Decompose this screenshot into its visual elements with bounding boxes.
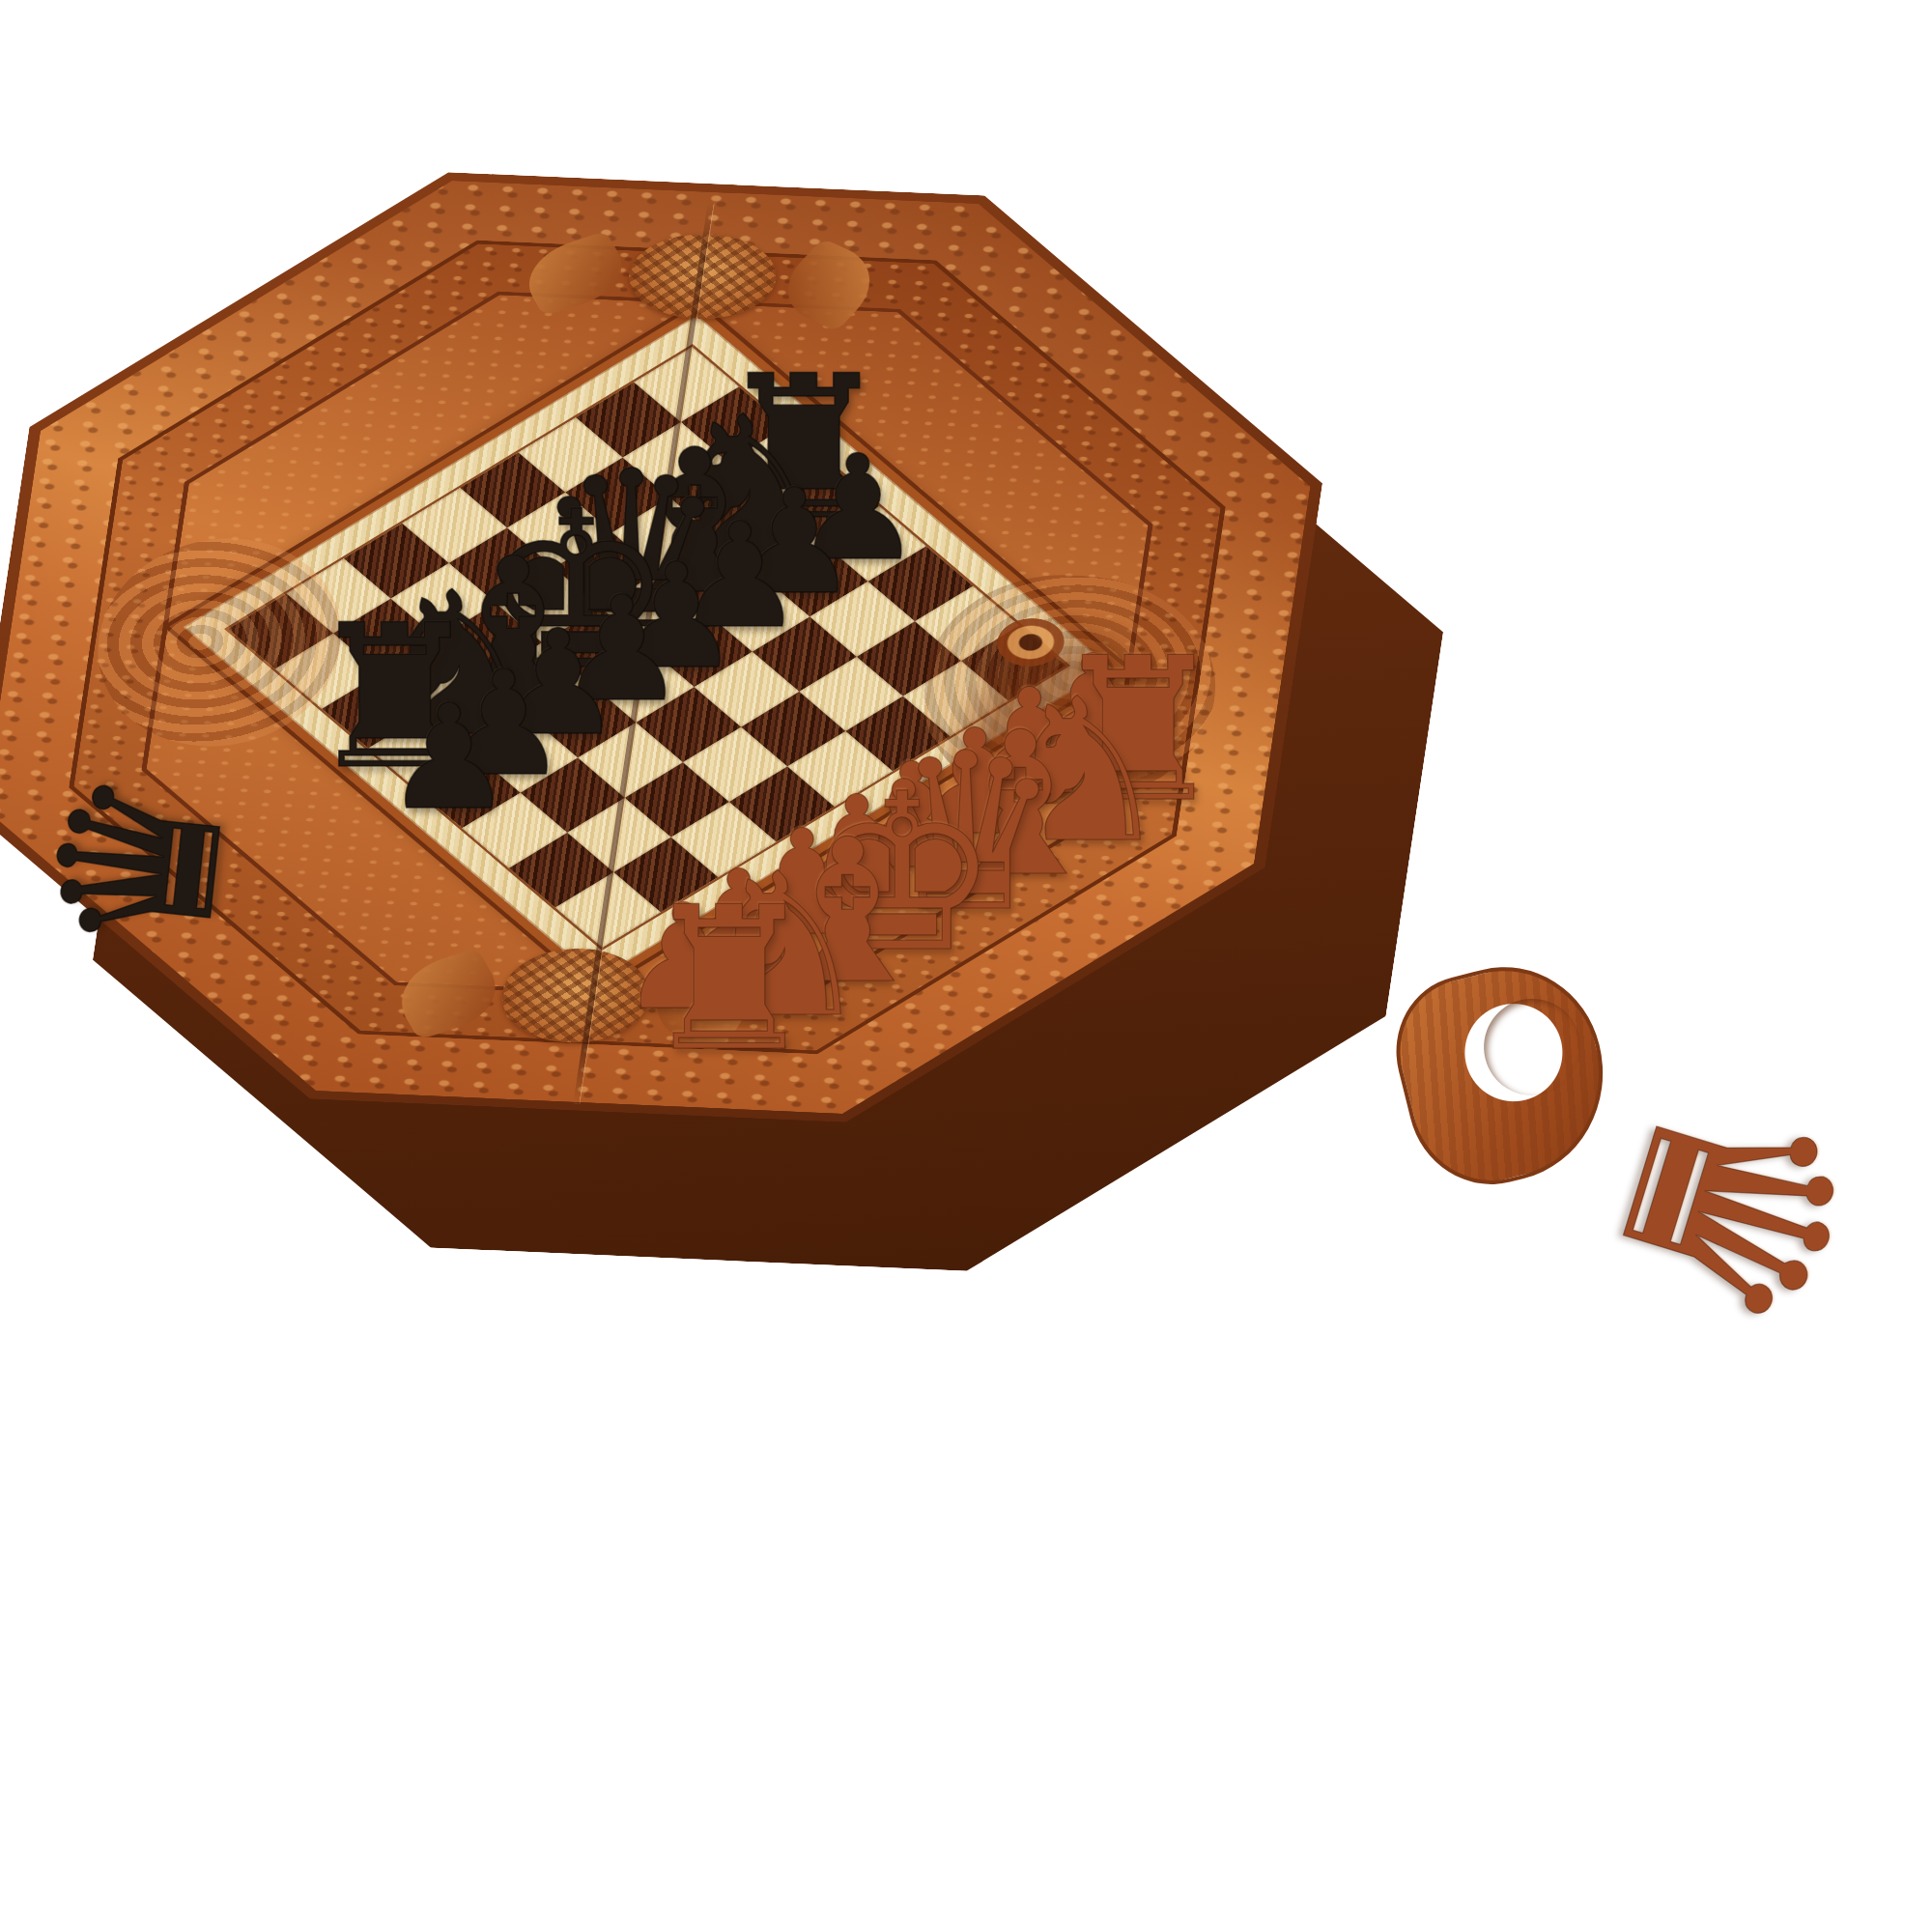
loose-black-piece[interactable]: ♛ [20,743,259,981]
leaf-carving-icon [384,948,513,1039]
leaf-carving-icon [766,239,894,332]
piece-black-pawn[interactable]: ♟ [343,685,555,830]
leaf-carving-icon [512,231,638,316]
product-photo: ♜♞♟♝♟♛♟♚♟♝♟♞♟♟♜♟♟♜♟♟♞♟♝♟♛♟♚♟♝♟♞♜♛♛ [0,0,1932,1932]
handle-hole [1473,988,1590,1105]
loose-red-piece[interactable]: ♛ [1560,1040,1898,1378]
piece-red-rook[interactable]: ♜ [623,881,836,1079]
